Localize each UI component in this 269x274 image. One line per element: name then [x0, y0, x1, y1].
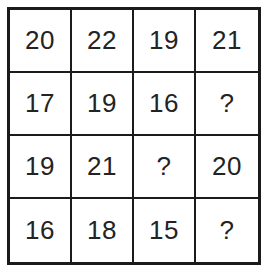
grid-cell-r3c0: 16 — [10, 199, 72, 262]
grid-cell-r2c3: 20 — [196, 136, 258, 199]
number-puzzle-grid: 20 22 19 21 17 19 16 ? 19 21 ? 20 16 18 … — [7, 7, 261, 265]
grid-cell-r1c2: 16 — [134, 73, 196, 136]
grid-cell-r0c3: 21 — [196, 10, 258, 73]
grid-cell-r3c3-unknown: ? — [196, 199, 258, 262]
grid-cell-r0c1: 22 — [72, 10, 134, 73]
grid-cell-r1c3-unknown: ? — [196, 73, 258, 136]
grid-cell-r1c0: 17 — [10, 73, 72, 136]
grid-cell-r2c2-unknown: ? — [134, 136, 196, 199]
grid-cell-r3c2: 15 — [134, 199, 196, 262]
grid-cell-r0c0: 20 — [10, 10, 72, 73]
grid-cell-r2c1: 21 — [72, 136, 134, 199]
grid-cell-r0c2: 19 — [134, 10, 196, 73]
grid-cell-r3c1: 18 — [72, 199, 134, 262]
grid-cell-r2c0: 19 — [10, 136, 72, 199]
grid-cell-r1c1: 19 — [72, 73, 134, 136]
